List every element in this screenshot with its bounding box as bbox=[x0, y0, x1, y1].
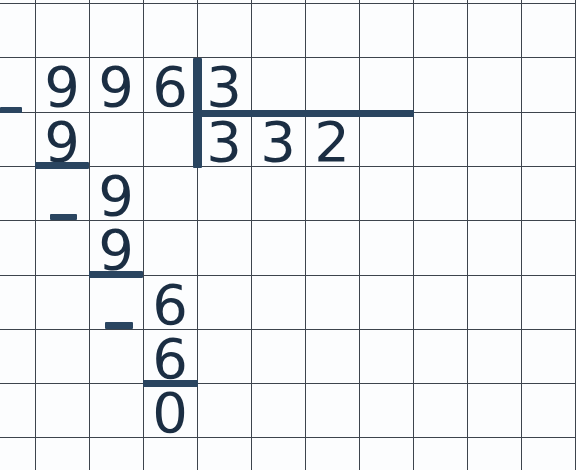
work-minuend-digit: 9 bbox=[89, 169, 143, 223]
grid-line-horizontal bbox=[0, 275, 576, 276]
grid-line-vertical bbox=[521, 0, 522, 470]
quotient-digit: 2 bbox=[305, 115, 359, 169]
squared-paper-worksheet: 9963933299660 bbox=[0, 0, 576, 470]
remainder-digit: 0 bbox=[143, 386, 197, 440]
work-subtrahend-digit: 9 bbox=[35, 115, 89, 169]
grid-line-horizontal bbox=[0, 383, 576, 384]
work-subtrahend-digit: 6 bbox=[143, 332, 197, 386]
work-minuend-digit: 6 bbox=[143, 278, 197, 332]
dividend-digit: 9 bbox=[89, 60, 143, 114]
grid-line-horizontal bbox=[0, 329, 576, 330]
dividend-digit: 9 bbox=[35, 60, 89, 114]
grid-line-horizontal bbox=[0, 57, 576, 58]
subtraction-underline-3 bbox=[143, 380, 198, 387]
minus-sign-step-3 bbox=[105, 322, 133, 329]
subtraction-underline-2 bbox=[89, 271, 143, 278]
grid-line-vertical bbox=[251, 0, 252, 470]
grid-line-horizontal bbox=[0, 437, 576, 438]
grid-line-vertical bbox=[305, 0, 306, 470]
subtraction-underline-1 bbox=[35, 162, 89, 169]
quotient-digit: 3 bbox=[197, 115, 251, 169]
division-bracket-horizontal-bar bbox=[197, 110, 414, 117]
grid-line-horizontal bbox=[0, 220, 576, 221]
dividend-digit: 6 bbox=[143, 60, 197, 114]
work-subtrahend-digit: 9 bbox=[89, 223, 143, 277]
grid-line-vertical bbox=[359, 0, 360, 470]
quotient-digit: 3 bbox=[251, 115, 305, 169]
grid-line-horizontal bbox=[0, 3, 576, 4]
divisor-digit: 3 bbox=[197, 60, 251, 114]
grid-line-vertical bbox=[413, 0, 414, 470]
grid-line-vertical bbox=[467, 0, 468, 470]
minus-sign-step-2 bbox=[50, 214, 77, 220]
minus-sign-step-1 bbox=[0, 107, 22, 113]
